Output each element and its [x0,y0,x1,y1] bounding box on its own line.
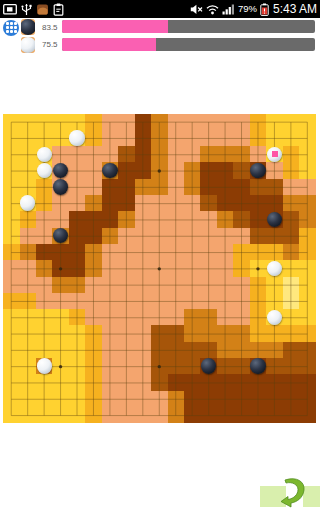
black-score-bar [62,20,315,33]
menu-button[interactable] [3,20,19,36]
black-stone-icon [21,19,35,35]
logo-arrow [279,476,307,509]
black-stone [250,358,265,373]
go-board[interactable] [3,114,316,424]
black-player-tile [21,19,35,35]
last-move-marker [272,151,278,157]
status-right-cluster: 79% 5:43 AM [190,0,317,18]
white-score: 75.5 [42,40,60,49]
white-stone [37,163,52,178]
white-score-bar-fill [62,38,156,51]
logo-arrow-path [281,479,304,507]
black-score-bar-fill [62,20,168,33]
battery-icon [260,3,269,16]
black-stone [102,163,117,178]
white-stone [37,358,52,373]
white-stone [267,310,282,325]
mute-icon [190,4,203,15]
white-stone [37,147,52,162]
black-stone [53,179,68,194]
signal-icon [222,3,235,15]
white-stone-icon [21,37,35,53]
app-notification-icon [36,3,49,16]
display-share-icon [3,4,17,15]
white-player-tile [21,37,35,53]
apps-grid-icon [6,22,17,33]
battery-percent: 79% [238,0,257,18]
black-stone [250,163,265,178]
usb-icon [21,3,32,16]
white-score-bar [62,38,315,51]
status-bar: 79% 5:43 AM [0,0,320,18]
wifi-icon [206,4,219,15]
black-score: 83.5 [42,23,60,32]
clipboard-icon [53,3,64,16]
clock: 5:43 AM [273,0,317,18]
status-left-icons [3,3,64,16]
white-stone [69,130,84,145]
